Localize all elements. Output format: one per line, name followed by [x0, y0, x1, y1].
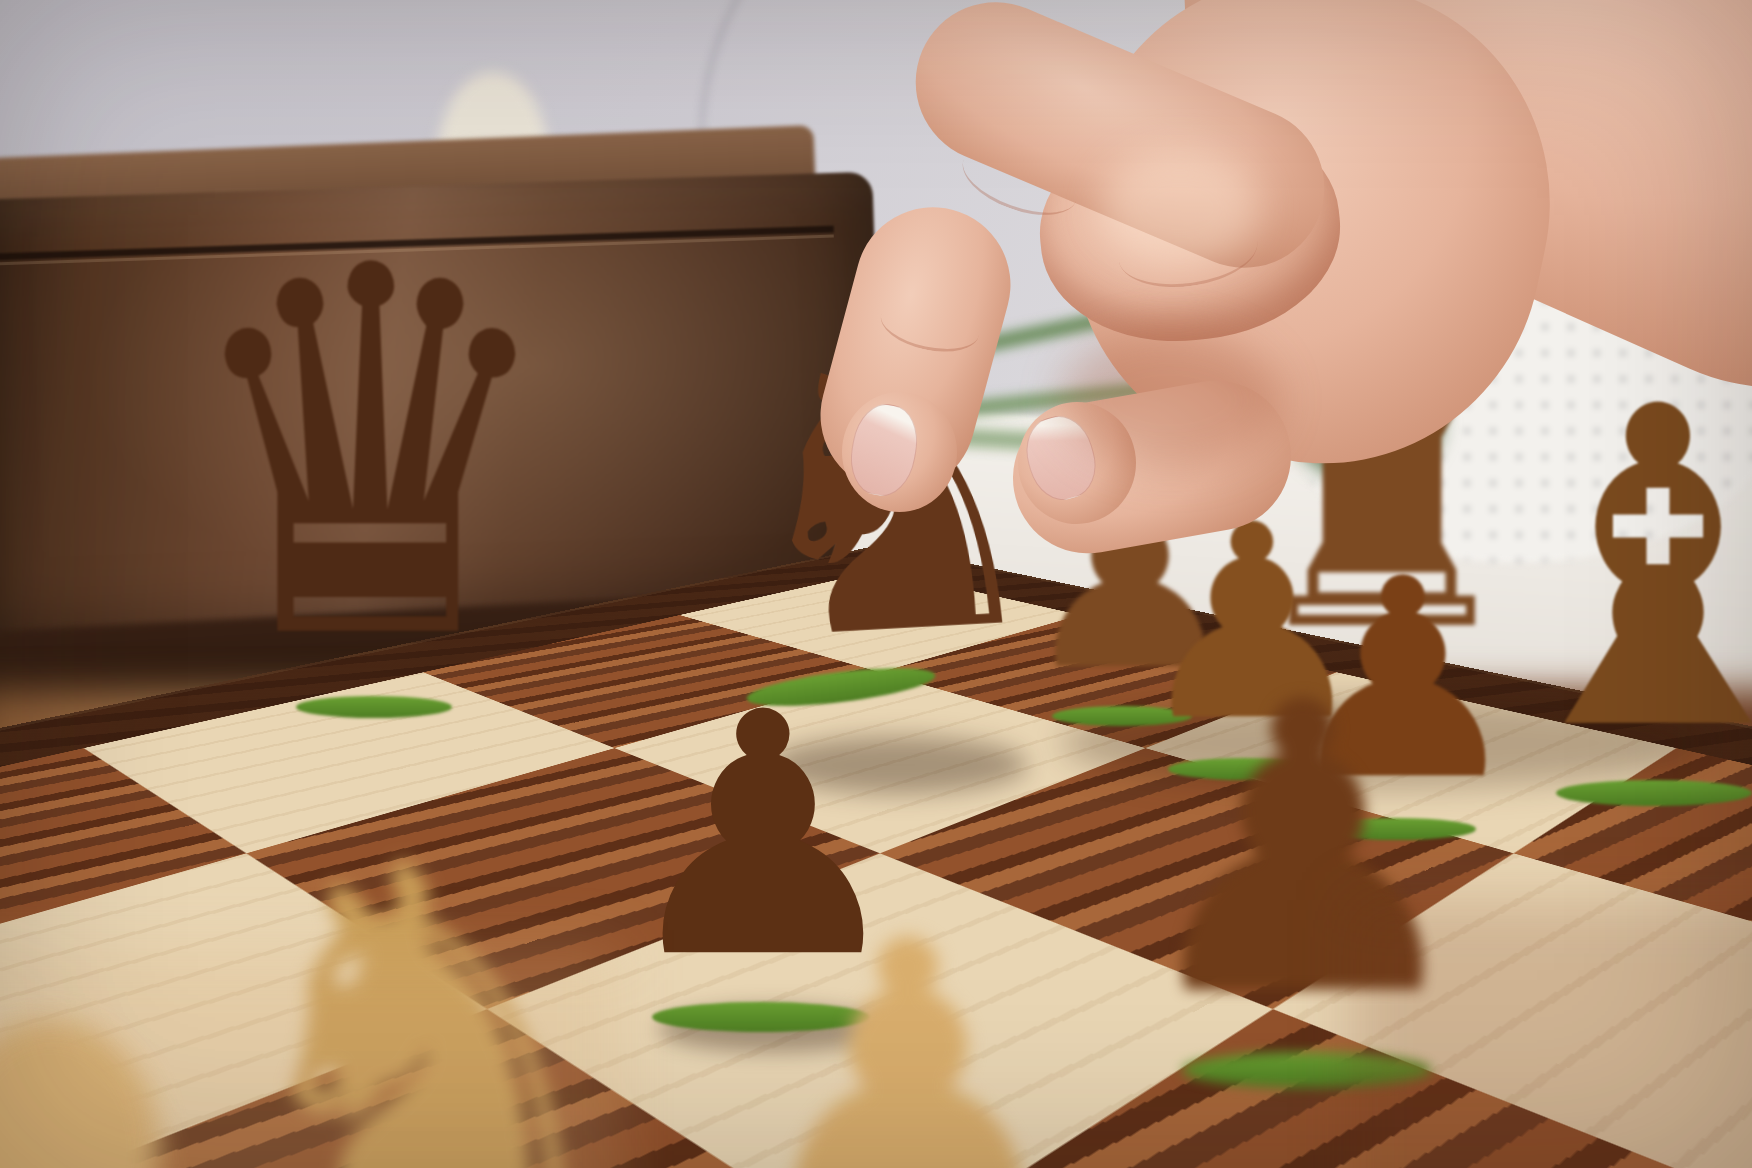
depth-of-field-wash	[0, 950, 620, 1168]
piece-dark-queen[interactable]: ♛	[170, 142, 570, 767]
depth-of-field-wash	[1350, 900, 1752, 1168]
piece-light-pawn-foreground[interactable]: ♟	[758, 852, 1058, 1168]
piece-dark-bishop[interactable]: ♝	[1528, 313, 1752, 830]
skin-shadow	[1060, 330, 1280, 470]
skin-highlight	[1100, 148, 1260, 268]
photo-scene: ♛ ♜ ♟ ♟ ♟ ♝ ♞ ♟ ♟ ♟ ♞	[0, 0, 1752, 1168]
